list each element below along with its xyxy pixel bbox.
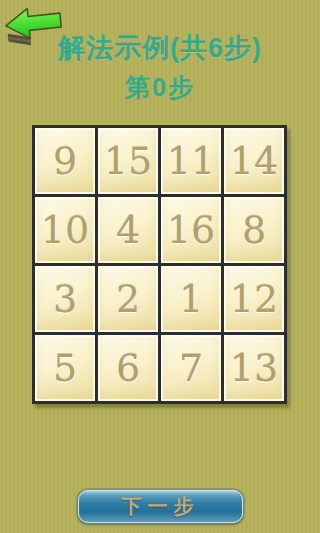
tile-7: 7 <box>161 335 221 401</box>
tile-14: 14 <box>224 128 284 194</box>
tile-11: 11 <box>161 128 221 194</box>
tile-9: 9 <box>35 128 95 194</box>
tile-6: 6 <box>98 335 158 401</box>
puzzle-board: 91511141041683211256713 <box>32 125 287 404</box>
tile-4: 4 <box>98 197 158 263</box>
step-label: 第0步 <box>0 71 320 104</box>
solution-example-screen: 解法示例(共6步) 第0步 91511141041683211256713 下一… <box>0 0 320 533</box>
tile-16: 16 <box>161 197 221 263</box>
tile-12: 12 <box>224 266 284 332</box>
tile-3: 3 <box>35 266 95 332</box>
tile-13: 13 <box>224 335 284 401</box>
tile-1: 1 <box>161 266 221 332</box>
tile-10: 10 <box>35 197 95 263</box>
page-title: 解法示例(共6步) <box>0 30 320 66</box>
tile-15: 15 <box>98 128 158 194</box>
tile-8: 8 <box>224 197 284 263</box>
tile-2: 2 <box>98 266 158 332</box>
tile-5: 5 <box>35 335 95 401</box>
next-step-button[interactable]: 下一步 <box>78 490 243 523</box>
